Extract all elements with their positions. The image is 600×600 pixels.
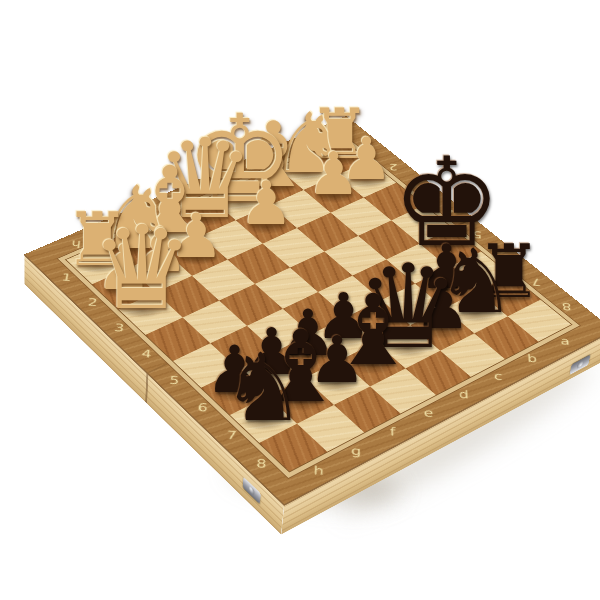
- chess-set-product-photo: 12345678 12345678 abcdefgh abcdefgh ♜♞♝♚…: [0, 0, 600, 600]
- square-e5: [283, 292, 347, 334]
- square-g8: [297, 405, 364, 452]
- square-g5: [210, 326, 275, 370]
- square-g4: [183, 301, 247, 344]
- square-d7: [376, 325, 441, 368]
- rank-labels-near-side: 12345678: [41, 260, 289, 485]
- file-labels-near-side: abcdefgh: [289, 324, 591, 490]
- square-h5: [173, 343, 239, 387]
- fold-seam-side: [145, 373, 148, 403]
- latch-clasp-icon: [570, 355, 591, 375]
- square-b8: [474, 316, 538, 359]
- square-h3: [119, 292, 183, 334]
- square-e8: [370, 368, 436, 413]
- square-e7: [340, 342, 405, 386]
- square-h7: [230, 396, 297, 443]
- latch-clasp-icon: [243, 477, 261, 504]
- square-f6: [275, 334, 340, 378]
- square-h6: [201, 369, 267, 415]
- square-f8: [334, 386, 401, 432]
- square-g3: [156, 276, 220, 318]
- square-f4: [219, 284, 283, 326]
- square-e6: [311, 317, 375, 360]
- square-h2: [92, 268, 155, 310]
- square-g6: [239, 352, 305, 397]
- square-c8: [440, 333, 505, 376]
- square-g7: [268, 378, 334, 424]
- square-d8: [406, 351, 471, 395]
- square-h8: [259, 424, 327, 472]
- chess-board: 12345678 12345678 abcdefgh abcdefgh: [24, 116, 600, 505]
- square-d6: [347, 300, 411, 342]
- playing-field: [66, 139, 571, 471]
- square-f7: [304, 360, 370, 405]
- square-c7: [410, 308, 474, 350]
- board-tilt-wrapper: 12345678 12345678 abcdefgh abcdefgh: [24, 116, 600, 505]
- square-f5: [247, 309, 311, 352]
- square-h4: [146, 318, 211, 361]
